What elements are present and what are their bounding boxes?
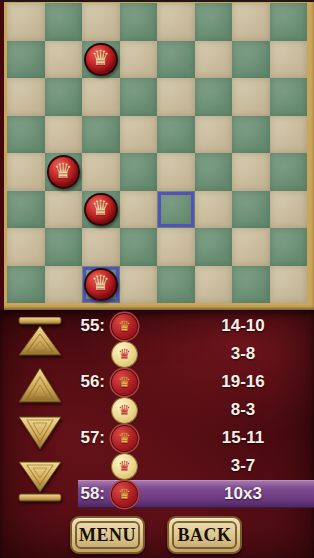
light-square xyxy=(82,153,120,191)
light-square xyxy=(120,41,158,79)
move-number-label: 55: xyxy=(0,316,105,336)
light-square xyxy=(232,228,270,266)
crown-icon: ♛ xyxy=(54,161,73,182)
crown-icon: ♛ xyxy=(91,273,110,294)
square-24[interactable] xyxy=(45,78,83,116)
square-10[interactable] xyxy=(157,191,195,229)
light-square xyxy=(270,41,308,79)
square-32[interactable] xyxy=(45,3,83,41)
square-22[interactable] xyxy=(195,78,233,116)
light-square xyxy=(45,191,83,229)
move-row[interactable]: 57:♛15-11 xyxy=(0,424,314,452)
light-square xyxy=(270,191,308,229)
square-9[interactable] xyxy=(232,191,270,229)
light-square xyxy=(195,191,233,229)
red-piece-icon: ♛ xyxy=(112,426,137,451)
back-button[interactable]: BACK xyxy=(167,516,242,554)
move-row[interactable]: ♛3-7 xyxy=(0,452,314,480)
light-square xyxy=(195,41,233,79)
square-1[interactable] xyxy=(232,266,270,304)
checkers-board: ♛♛♛♛ xyxy=(7,3,307,303)
light-square xyxy=(270,116,308,154)
menu-button[interactable]: MENU xyxy=(70,516,145,554)
move-row[interactable]: ♛3-8 xyxy=(0,340,314,368)
square-15[interactable] xyxy=(120,153,158,191)
move-number-label: 56: xyxy=(0,372,105,392)
move-number-label: 57: xyxy=(0,428,105,448)
square-6[interactable] xyxy=(195,228,233,266)
crown-icon: ♛ xyxy=(91,48,110,69)
square-2[interactable] xyxy=(157,266,195,304)
light-square xyxy=(120,266,158,304)
crown-icon: ♛ xyxy=(118,347,131,361)
light-square xyxy=(157,228,195,266)
square-11[interactable]: ♛ xyxy=(82,191,120,229)
light-square xyxy=(157,78,195,116)
crown-icon: ♛ xyxy=(118,375,131,389)
yellow-piece-icon: ♛ xyxy=(112,398,137,423)
board-frame-left-edge xyxy=(0,0,4,310)
square-20[interactable] xyxy=(7,116,45,154)
square-5[interactable] xyxy=(270,228,308,266)
crown-icon: ♛ xyxy=(118,319,131,333)
crown-icon: ♛ xyxy=(118,459,131,473)
light-square xyxy=(45,116,83,154)
light-square xyxy=(157,153,195,191)
light-square xyxy=(195,116,233,154)
move-list: 55:♛14-10♛3-856:♛19-16♛8-357:♛15-11♛3-75… xyxy=(0,312,314,508)
move-row[interactable]: ♛8-3 xyxy=(0,396,314,424)
red-king-piece[interactable]: ♛ xyxy=(84,193,118,227)
move-row[interactable]: 55:♛14-10 xyxy=(0,312,314,340)
move-notation: 8-3 xyxy=(137,400,314,420)
crown-icon: ♛ xyxy=(91,198,110,219)
move-notation: 3-7 xyxy=(137,456,314,476)
light-square xyxy=(45,266,83,304)
yellow-piece-icon: ♛ xyxy=(112,454,137,479)
square-16[interactable]: ♛ xyxy=(45,153,83,191)
square-31[interactable] xyxy=(120,3,158,41)
yellow-piece-icon: ♛ xyxy=(112,342,137,367)
square-27[interactable]: ♛ xyxy=(82,41,120,79)
light-square xyxy=(82,78,120,116)
move-notation: 3-8 xyxy=(137,344,314,364)
square-30[interactable] xyxy=(195,3,233,41)
crown-icon: ♛ xyxy=(118,487,131,501)
light-square xyxy=(195,266,233,304)
move-number-label: 58: xyxy=(0,484,105,504)
square-4[interactable] xyxy=(7,266,45,304)
light-square xyxy=(7,228,45,266)
light-square xyxy=(82,228,120,266)
light-square xyxy=(7,3,45,41)
red-piece-icon: ♛ xyxy=(112,314,137,339)
move-notation: 14-10 xyxy=(137,316,314,336)
light-square xyxy=(120,116,158,154)
square-7[interactable] xyxy=(120,228,158,266)
square-26[interactable] xyxy=(157,41,195,79)
red-king-piece[interactable]: ♛ xyxy=(84,43,118,77)
move-row[interactable]: 58:♛10x3 xyxy=(0,480,314,508)
light-square xyxy=(157,3,195,41)
light-square xyxy=(82,3,120,41)
light-square xyxy=(232,153,270,191)
red-king-piece[interactable]: ♛ xyxy=(47,155,81,189)
square-28[interactable] xyxy=(7,41,45,79)
move-panel: 55:♛14-10♛3-856:♛19-16♛8-357:♛15-11♛3-75… xyxy=(0,310,314,558)
checkers-app: ♛♛♛♛ xyxy=(0,0,314,558)
square-23[interactable] xyxy=(120,78,158,116)
square-25[interactable] xyxy=(232,41,270,79)
light-square xyxy=(45,41,83,79)
move-notation: 10x3 xyxy=(137,484,314,504)
light-square xyxy=(120,191,158,229)
light-square xyxy=(270,266,308,304)
red-king-piece[interactable]: ♛ xyxy=(84,268,118,302)
move-notation: 15-11 xyxy=(137,428,314,448)
light-square xyxy=(7,153,45,191)
red-piece-icon: ♛ xyxy=(112,370,137,395)
square-13[interactable] xyxy=(270,153,308,191)
square-17[interactable] xyxy=(232,116,270,154)
move-row[interactable]: 56:♛19-16 xyxy=(0,368,314,396)
square-14[interactable] xyxy=(195,153,233,191)
light-square xyxy=(7,78,45,116)
board-frame: ♛♛♛♛ xyxy=(0,0,314,310)
square-19[interactable] xyxy=(82,116,120,154)
crown-icon: ♛ xyxy=(118,403,131,417)
square-29[interactable] xyxy=(270,3,308,41)
square-8[interactable] xyxy=(45,228,83,266)
square-21[interactable] xyxy=(270,78,308,116)
light-square xyxy=(232,3,270,41)
crown-icon: ♛ xyxy=(118,431,131,445)
square-12[interactable] xyxy=(7,191,45,229)
board-frame-top-edge xyxy=(0,0,314,2)
square-18[interactable] xyxy=(157,116,195,154)
light-square xyxy=(232,78,270,116)
square-3[interactable]: ♛ xyxy=(82,266,120,304)
red-piece-icon: ♛ xyxy=(112,482,137,507)
move-notation: 19-16 xyxy=(137,372,314,392)
